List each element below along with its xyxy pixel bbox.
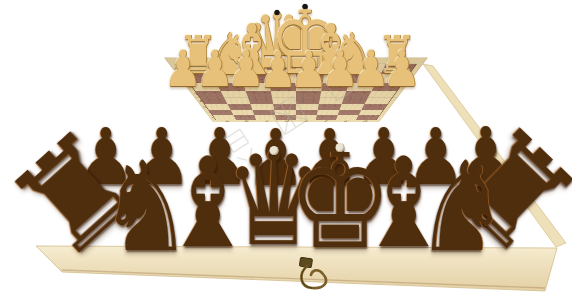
watermark-char bbox=[322, 62, 360, 100]
watermark-char bbox=[215, 129, 256, 170]
watermark bbox=[0, 0, 572, 300]
watermark-char bbox=[270, 96, 308, 134]
photo-stage: 87654321 abcdefgh ♜♞♝♛♚♝♞♜♟♟♟♟♟♟♟♟♟♟♟♟♟♟… bbox=[0, 0, 572, 300]
